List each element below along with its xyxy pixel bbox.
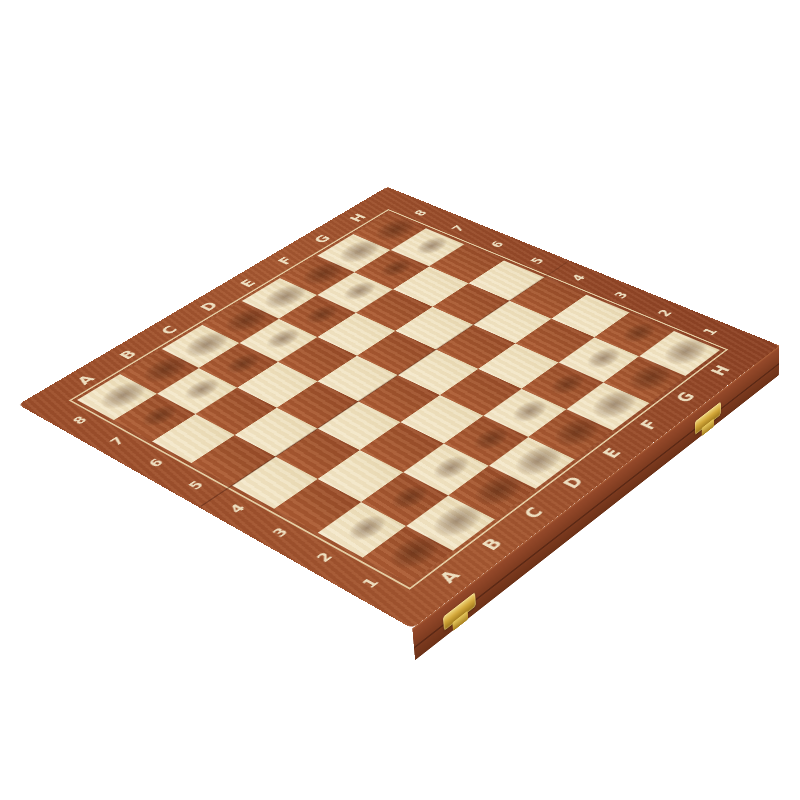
rank-label-4-left: 4 — [225, 501, 248, 515]
chessboard-scene: ♜♞♝♛♚♝♞♜♟♟♟♟♟♟♟♟♟♟♟♟♟♟♟♟♜♞♝♛♚♝♞♜ AABBCCD… — [0, 0, 800, 800]
rank-label-1-left: 1 — [357, 575, 381, 590]
piece-black-pawn: ♟ — [408, 186, 446, 247]
piece-black-pawn: ♟ — [134, 350, 176, 418]
rank-label-2-left: 2 — [312, 550, 336, 565]
rank-label-6-left: 6 — [144, 456, 166, 469]
piece-white-rook: ♜ — [378, 459, 438, 554]
file-label-b-near: B — [477, 535, 506, 553]
board-frame: ♜♞♝♛♚♝♞♜♟♟♟♟♟♟♟♟♟♟♟♟♟♟♟♟♜♞♝♛♚♝♞♜ AABBCCD… — [18, 187, 779, 629]
product-photo-stage: ♜♞♝♛♚♝♞♜♟♟♟♟♟♟♟♟♟♟♟♟♟♟♟♟♜♞♝♛♚♝♞♜ AABBCCD… — [0, 0, 800, 800]
rank-label-5-right: 5 — [527, 256, 547, 266]
rank-label-8-left: 8 — [69, 414, 90, 426]
piece-black-pawn: ♟ — [336, 229, 375, 292]
board-squares: ♜♞♝♛♚♝♞♜♟♟♟♟♟♟♟♟♟♟♟♟♟♟♟♟♜♞♝♛♚♝♞♜ — [77, 213, 720, 584]
file-label-d-near: D — [558, 474, 587, 491]
file-label-h-near: H — [706, 363, 734, 378]
rank-label-4-right: 4 — [568, 272, 589, 282]
rank-label-5-left: 5 — [184, 478, 206, 491]
rank-label-3-left: 3 — [268, 525, 291, 539]
piece-black-pawn: ♟ — [176, 324, 218, 391]
file-label-c-near: C — [519, 504, 547, 521]
file-label-a-near: A — [434, 567, 464, 586]
piece-black-pawn: ♟ — [373, 207, 412, 269]
chess-board: ♜♞♝♛♚♝♞♜♟♟♟♟♟♟♟♟♟♟♟♟♟♟♟♟♜♞♝♛♚♝♞♜ AABBCCD… — [18, 187, 779, 629]
file-label-g-near: G — [671, 389, 699, 404]
piece-black-pawn: ♟ — [218, 299, 259, 365]
piece-black-pawn: ♟ — [298, 252, 338, 316]
file-label-e-near: E — [598, 445, 625, 460]
brass-latch-right — [695, 402, 721, 436]
file-label-f-near: F — [636, 417, 663, 432]
piece-black-pawn: ♟ — [258, 275, 298, 340]
rank-label-7-left: 7 — [106, 435, 127, 448]
rank-label-7-right: 7 — [448, 224, 467, 233]
square-h5 — [469, 261, 545, 301]
rank-label-6-right: 6 — [487, 239, 507, 249]
